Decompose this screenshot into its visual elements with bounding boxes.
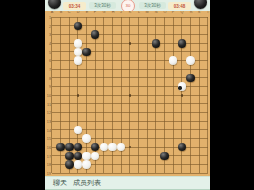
board-intersection[interactable] <box>56 126 65 135</box>
board-intersection[interactable] <box>65 143 74 152</box>
board-intersection[interactable] <box>178 152 187 161</box>
board-intersection[interactable] <box>74 74 83 83</box>
board-intersection[interactable] <box>160 100 169 109</box>
board-intersection[interactable] <box>152 134 161 143</box>
board-intersection[interactable] <box>186 134 195 143</box>
board-intersection[interactable] <box>186 56 195 65</box>
board-intersection[interactable] <box>178 160 187 169</box>
board-intersection[interactable] <box>195 56 204 65</box>
board-intersection[interactable] <box>82 134 91 143</box>
board-intersection[interactable] <box>143 108 152 117</box>
board-intersection[interactable] <box>186 126 195 135</box>
board-intersection[interactable] <box>91 134 100 143</box>
board-intersection[interactable] <box>100 48 109 57</box>
board-intersection[interactable] <box>186 108 195 117</box>
board-intersection[interactable] <box>134 30 143 39</box>
board-intersection[interactable] <box>152 108 161 117</box>
board-intersection[interactable] <box>117 48 126 57</box>
board-intersection[interactable] <box>143 152 152 161</box>
board-intersection[interactable] <box>203 160 210 169</box>
board-intersection[interactable] <box>160 91 169 100</box>
board-intersection[interactable] <box>203 117 210 126</box>
board-intersection[interactable] <box>203 65 210 74</box>
board-intersection[interactable] <box>126 126 135 135</box>
board-intersection[interactable] <box>143 126 152 135</box>
board-intersection[interactable] <box>56 30 65 39</box>
board-intersection[interactable] <box>108 160 117 169</box>
board-intersection[interactable] <box>160 143 169 152</box>
board-intersection[interactable] <box>108 126 117 135</box>
board-intersection[interactable] <box>74 117 83 126</box>
board-intersection[interactable] <box>160 65 169 74</box>
board-intersection[interactable] <box>100 22 109 31</box>
board-intersection[interactable] <box>126 91 135 100</box>
board-intersection[interactable] <box>91 39 100 48</box>
board-intersection[interactable] <box>134 126 143 135</box>
board-intersection[interactable] <box>108 48 117 57</box>
board-intersection[interactable] <box>108 134 117 143</box>
board-intersection[interactable] <box>178 74 187 83</box>
board-intersection[interactable] <box>195 48 204 57</box>
board-intersection[interactable] <box>117 108 126 117</box>
board-intersection[interactable] <box>56 117 65 126</box>
board-intersection[interactable] <box>178 22 187 31</box>
board-intersection[interactable] <box>82 48 91 57</box>
board-intersection[interactable] <box>100 56 109 65</box>
board-intersection[interactable] <box>143 100 152 109</box>
chat-tab[interactable]: 聊天 <box>53 177 67 189</box>
board-intersection[interactable] <box>117 74 126 83</box>
board-intersection[interactable] <box>178 13 187 22</box>
board-intersection[interactable] <box>117 56 126 65</box>
left-player-avatar[interactable] <box>48 0 61 9</box>
board-intersection[interactable] <box>117 160 126 169</box>
board-intersection[interactable] <box>152 82 161 91</box>
board-intersection[interactable] <box>117 30 126 39</box>
board-intersection[interactable] <box>74 152 83 161</box>
board-intersection[interactable] <box>56 143 65 152</box>
board-intersection[interactable] <box>195 126 204 135</box>
board-intersection[interactable] <box>108 56 117 65</box>
board-intersection[interactable] <box>100 74 109 83</box>
board-intersection[interactable] <box>82 108 91 117</box>
board-intersection[interactable] <box>134 91 143 100</box>
board-intersection[interactable] <box>169 39 178 48</box>
board-intersection[interactable] <box>143 82 152 91</box>
board-intersection[interactable] <box>169 30 178 39</box>
board-intersection[interactable] <box>126 22 135 31</box>
board-intersection[interactable] <box>74 56 83 65</box>
board-intersection[interactable] <box>65 30 74 39</box>
board-intersection[interactable] <box>82 39 91 48</box>
board-intersection[interactable] <box>74 108 83 117</box>
board-intersection[interactable] <box>203 48 210 57</box>
board-intersection[interactable] <box>203 126 210 135</box>
board-intersection[interactable] <box>169 13 178 22</box>
board-intersection[interactable] <box>74 143 83 152</box>
board-intersection[interactable] <box>203 22 210 31</box>
board-intersection[interactable] <box>178 134 187 143</box>
board-intersection[interactable] <box>195 74 204 83</box>
board-intersection[interactable] <box>186 82 195 91</box>
board-intersection[interactable] <box>100 39 109 48</box>
board-intersection[interactable] <box>117 126 126 135</box>
board-intersection[interactable] <box>117 117 126 126</box>
board-intersection[interactable] <box>152 74 161 83</box>
board-intersection[interactable] <box>134 74 143 83</box>
board-intersection[interactable] <box>65 74 74 83</box>
board-intersection[interactable] <box>143 30 152 39</box>
board-intersection[interactable] <box>178 39 187 48</box>
board-intersection[interactable] <box>134 56 143 65</box>
board-intersection[interactable] <box>134 108 143 117</box>
board-intersection[interactable] <box>152 48 161 57</box>
board-intersection[interactable] <box>82 65 91 74</box>
board-intersection[interactable] <box>203 56 210 65</box>
board-intersection[interactable] <box>56 91 65 100</box>
board-intersection[interactable] <box>126 13 135 22</box>
board-intersection[interactable] <box>143 117 152 126</box>
board-intersection[interactable] <box>203 74 210 83</box>
board-intersection[interactable] <box>203 143 210 152</box>
board-intersection[interactable] <box>126 100 135 109</box>
board-intersection[interactable] <box>65 48 74 57</box>
board-intersection[interactable] <box>56 56 65 65</box>
board-intersection[interactable] <box>108 143 117 152</box>
board-intersection[interactable] <box>91 117 100 126</box>
board-intersection[interactable] <box>100 65 109 74</box>
board-intersection[interactable] <box>126 117 135 126</box>
board-intersection[interactable] <box>108 22 117 31</box>
board-intersection[interactable] <box>169 48 178 57</box>
board-intersection[interactable] <box>117 13 126 22</box>
board-intersection[interactable] <box>186 160 195 169</box>
board-intersection[interactable] <box>117 82 126 91</box>
board-intersection[interactable] <box>186 117 195 126</box>
board-intersection[interactable] <box>100 82 109 91</box>
board-intersection[interactable] <box>152 65 161 74</box>
board-intersection[interactable] <box>74 13 83 22</box>
board-intersection[interactable] <box>152 56 161 65</box>
board-intersection[interactable] <box>186 74 195 83</box>
board-intersection[interactable] <box>108 82 117 91</box>
board-intersection[interactable] <box>100 126 109 135</box>
board-intersection[interactable] <box>152 91 161 100</box>
board-intersection[interactable] <box>143 160 152 169</box>
board-intersection[interactable] <box>186 100 195 109</box>
board-intersection[interactable] <box>108 91 117 100</box>
board-intersection[interactable] <box>100 143 109 152</box>
members-list-tab[interactable]: 成员列表 <box>73 177 101 189</box>
board-intersection[interactable] <box>65 82 74 91</box>
board-intersection[interactable] <box>143 48 152 57</box>
board-intersection[interactable] <box>74 22 83 31</box>
board-intersection[interactable] <box>100 152 109 161</box>
board-intersection[interactable] <box>65 65 74 74</box>
board-intersection[interactable] <box>134 134 143 143</box>
board-intersection[interactable] <box>65 56 74 65</box>
board-intersection[interactable] <box>178 30 187 39</box>
board-intersection[interactable] <box>56 39 65 48</box>
board-intersection[interactable] <box>91 13 100 22</box>
board-intersection[interactable] <box>91 152 100 161</box>
board-intersection[interactable] <box>56 160 65 169</box>
board-intersection[interactable] <box>203 13 210 22</box>
board-intersection[interactable] <box>91 56 100 65</box>
board-intersection[interactable] <box>143 65 152 74</box>
board-intersection[interactable] <box>91 82 100 91</box>
board-intersection[interactable] <box>152 30 161 39</box>
board-intersection[interactable] <box>169 91 178 100</box>
board-intersection[interactable] <box>56 48 65 57</box>
board-intersection[interactable] <box>160 108 169 117</box>
board-intersection[interactable] <box>56 100 65 109</box>
board-intersection[interactable] <box>186 65 195 74</box>
board-intersection[interactable] <box>65 152 74 161</box>
board-intersection[interactable] <box>160 117 169 126</box>
board-intersection[interactable] <box>169 22 178 31</box>
board-intersection[interactable] <box>91 108 100 117</box>
board-intersection[interactable] <box>195 100 204 109</box>
board-intersection[interactable] <box>203 152 210 161</box>
board-intersection[interactable] <box>108 30 117 39</box>
board-intersection[interactable] <box>134 143 143 152</box>
board-intersection[interactable] <box>74 134 83 143</box>
board-intersection[interactable] <box>203 134 210 143</box>
board-intersection[interactable] <box>178 100 187 109</box>
board-intersection[interactable] <box>152 143 161 152</box>
board-intersection[interactable] <box>134 39 143 48</box>
board-intersection[interactable] <box>108 13 117 22</box>
board-intersection[interactable] <box>169 134 178 143</box>
board-intersection[interactable] <box>65 160 74 169</box>
board-intersection[interactable] <box>56 13 65 22</box>
board-intersection[interactable] <box>178 65 187 74</box>
board-intersection[interactable] <box>195 117 204 126</box>
board-intersection[interactable] <box>186 22 195 31</box>
board-intersection[interactable] <box>160 30 169 39</box>
board-intersection[interactable] <box>91 100 100 109</box>
board-intersection[interactable] <box>186 143 195 152</box>
board-intersection[interactable] <box>74 65 83 74</box>
board-intersection[interactable] <box>91 126 100 135</box>
board-intersection[interactable] <box>108 108 117 117</box>
board-intersection[interactable] <box>74 48 83 57</box>
board-intersection[interactable] <box>143 134 152 143</box>
board-intersection[interactable] <box>56 65 65 74</box>
board-intersection[interactable] <box>195 22 204 31</box>
board-intersection[interactable] <box>195 91 204 100</box>
board-intersection[interactable] <box>160 13 169 22</box>
board-intersection[interactable] <box>169 65 178 74</box>
board-intersection[interactable] <box>169 108 178 117</box>
board-intersection[interactable] <box>143 22 152 31</box>
board-intersection[interactable] <box>203 82 210 91</box>
board-intersection[interactable] <box>203 30 210 39</box>
board-intersection[interactable] <box>82 100 91 109</box>
right-player-avatar[interactable] <box>194 0 207 9</box>
board-intersection[interactable] <box>100 117 109 126</box>
board-intersection[interactable] <box>82 74 91 83</box>
board-intersection[interactable] <box>195 30 204 39</box>
board-intersection[interactable] <box>56 108 65 117</box>
board-intersection[interactable] <box>126 143 135 152</box>
board-intersection[interactable] <box>195 134 204 143</box>
board-intersection[interactable] <box>160 82 169 91</box>
board-intersection[interactable] <box>65 126 74 135</box>
board-intersection[interactable] <box>56 22 65 31</box>
board-intersection[interactable] <box>160 160 169 169</box>
board-intersection[interactable] <box>91 30 100 39</box>
board-intersection[interactable] <box>143 143 152 152</box>
board-intersection[interactable] <box>126 48 135 57</box>
board-intersection[interactable] <box>195 65 204 74</box>
board-intersection[interactable] <box>169 117 178 126</box>
board-intersection[interactable] <box>108 152 117 161</box>
board-intersection[interactable] <box>82 82 91 91</box>
board-intersection[interactable] <box>178 56 187 65</box>
board-intersection[interactable] <box>134 22 143 31</box>
board-intersection[interactable] <box>65 108 74 117</box>
board-intersection[interactable] <box>186 91 195 100</box>
board-intersection[interactable] <box>169 160 178 169</box>
board-intersection[interactable] <box>203 39 210 48</box>
board-intersection[interactable] <box>100 160 109 169</box>
board-intersection[interactable] <box>117 152 126 161</box>
board-intersection[interactable] <box>126 160 135 169</box>
board-intersection[interactable] <box>91 160 100 169</box>
board-intersection[interactable] <box>74 82 83 91</box>
board-intersection[interactable] <box>178 82 187 91</box>
board-intersection[interactable] <box>108 74 117 83</box>
board-intersection[interactable] <box>100 91 109 100</box>
board-intersection[interactable] <box>160 74 169 83</box>
board-intersection[interactable] <box>65 117 74 126</box>
board-intersection[interactable] <box>126 82 135 91</box>
board-intersection[interactable] <box>65 13 74 22</box>
board-intersection[interactable] <box>152 152 161 161</box>
board-intersection[interactable] <box>143 91 152 100</box>
board-intersection[interactable] <box>91 91 100 100</box>
board-intersection[interactable] <box>195 82 204 91</box>
board-intersection[interactable] <box>126 134 135 143</box>
board-intersection[interactable] <box>169 152 178 161</box>
board-intersection[interactable] <box>160 22 169 31</box>
board-intersection[interactable] <box>195 108 204 117</box>
board-intersection[interactable] <box>100 30 109 39</box>
board-intersection[interactable] <box>117 100 126 109</box>
board-intersection[interactable] <box>160 56 169 65</box>
board-intersection[interactable] <box>126 30 135 39</box>
board-intersection[interactable] <box>178 48 187 57</box>
board-intersection[interactable] <box>195 143 204 152</box>
board-intersection[interactable] <box>134 152 143 161</box>
board-intersection[interactable] <box>186 152 195 161</box>
board-intersection[interactable] <box>65 39 74 48</box>
board-intersection[interactable] <box>195 13 204 22</box>
board-intersection[interactable] <box>82 91 91 100</box>
board-intersection[interactable] <box>134 100 143 109</box>
board-intersection[interactable] <box>169 56 178 65</box>
board-intersection[interactable] <box>56 82 65 91</box>
board-intersection[interactable] <box>65 91 74 100</box>
board-intersection[interactable] <box>143 74 152 83</box>
board-intersection[interactable] <box>160 134 169 143</box>
board-intersection[interactable] <box>56 152 65 161</box>
board-intersection[interactable] <box>126 152 135 161</box>
board-intersection[interactable] <box>134 82 143 91</box>
board-intersection[interactable] <box>203 91 210 100</box>
board-intersection[interactable] <box>152 160 161 169</box>
board-intersection[interactable] <box>126 74 135 83</box>
board-intersection[interactable] <box>117 134 126 143</box>
board-intersection[interactable] <box>108 100 117 109</box>
board-intersection[interactable] <box>108 39 117 48</box>
board-intersection[interactable] <box>186 39 195 48</box>
board-intersection[interactable] <box>108 117 117 126</box>
board-intersection[interactable] <box>82 160 91 169</box>
board-intersection[interactable] <box>91 22 100 31</box>
board-intersection[interactable] <box>74 160 83 169</box>
board-intersection[interactable] <box>186 48 195 57</box>
board-intersection[interactable] <box>100 134 109 143</box>
board-intersection[interactable] <box>203 108 210 117</box>
board-intersection[interactable] <box>117 65 126 74</box>
board-intersection[interactable] <box>65 22 74 31</box>
board-intersection[interactable] <box>82 143 91 152</box>
board-intersection[interactable] <box>74 39 83 48</box>
board-intersection[interactable] <box>82 13 91 22</box>
board-intersection[interactable] <box>160 39 169 48</box>
board-intersection[interactable] <box>152 22 161 31</box>
board-intersection[interactable] <box>117 39 126 48</box>
board-intersection[interactable] <box>82 56 91 65</box>
board-intersection[interactable] <box>195 39 204 48</box>
board-intersection[interactable] <box>100 13 109 22</box>
board-intersection[interactable] <box>126 108 135 117</box>
board-intersection[interactable] <box>100 100 109 109</box>
board-intersection[interactable] <box>117 143 126 152</box>
board-intersection[interactable] <box>152 117 161 126</box>
board-intersection[interactable] <box>91 74 100 83</box>
board-intersection[interactable] <box>152 100 161 109</box>
board-intersection[interactable] <box>82 126 91 135</box>
board-intersection[interactable] <box>91 143 100 152</box>
board-intersection[interactable] <box>152 126 161 135</box>
board-intersection[interactable] <box>82 22 91 31</box>
board-intersection[interactable] <box>195 152 204 161</box>
board-intersection[interactable] <box>74 91 83 100</box>
board-intersection[interactable] <box>56 74 65 83</box>
board-intersection[interactable] <box>195 160 204 169</box>
board-intersection[interactable] <box>74 100 83 109</box>
board-intersection[interactable] <box>126 65 135 74</box>
board-intersection[interactable] <box>143 39 152 48</box>
board-intersection[interactable] <box>178 108 187 117</box>
board-intersection[interactable] <box>82 30 91 39</box>
board-intersection[interactable] <box>152 39 161 48</box>
board-intersection[interactable] <box>82 152 91 161</box>
board-intersection[interactable] <box>178 143 187 152</box>
board-intersection[interactable] <box>117 91 126 100</box>
board-intersection[interactable] <box>160 152 169 161</box>
board-intersection[interactable] <box>169 126 178 135</box>
board-intersection[interactable] <box>108 65 117 74</box>
board-intersection[interactable] <box>126 56 135 65</box>
board-intersection[interactable] <box>117 22 126 31</box>
board-intersection[interactable] <box>56 134 65 143</box>
board-intersection[interactable] <box>186 30 195 39</box>
